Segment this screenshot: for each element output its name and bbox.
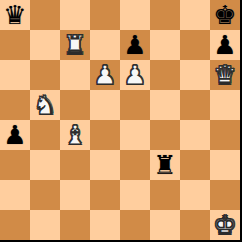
square-g2[interactable] xyxy=(180,180,210,210)
square-h3[interactable] xyxy=(210,150,240,180)
square-g6[interactable] xyxy=(180,60,210,90)
square-a6[interactable] xyxy=(0,60,30,90)
square-b8[interactable] xyxy=(30,0,60,30)
square-f7[interactable] xyxy=(150,30,180,60)
square-b4[interactable] xyxy=(30,120,60,150)
square-c5[interactable] xyxy=(60,90,90,120)
square-e7[interactable]: ♟ xyxy=(120,30,150,60)
square-d3[interactable] xyxy=(90,150,120,180)
square-f2[interactable] xyxy=(150,180,180,210)
square-f4[interactable] xyxy=(150,120,180,150)
square-f3[interactable]: ♜ xyxy=(150,150,180,180)
square-a1[interactable] xyxy=(0,210,30,240)
black-pawn-piece[interactable]: ♟ xyxy=(210,30,240,60)
square-g1[interactable] xyxy=(180,210,210,240)
square-f5[interactable] xyxy=(150,90,180,120)
square-b1[interactable] xyxy=(30,210,60,240)
chess-board: ♛♚♜♟♟♟♟♛♞♟♝♜♚ xyxy=(0,0,240,240)
white-bishop-piece[interactable]: ♝ xyxy=(60,120,90,150)
square-h5[interactable] xyxy=(210,90,240,120)
square-c6[interactable] xyxy=(60,60,90,90)
square-c3[interactable] xyxy=(60,150,90,180)
square-e5[interactable] xyxy=(120,90,150,120)
square-g5[interactable] xyxy=(180,90,210,120)
black-rook-piece[interactable]: ♜ xyxy=(150,150,180,180)
white-knight-piece[interactable]: ♞ xyxy=(30,90,60,120)
square-a2[interactable] xyxy=(0,180,30,210)
square-c1[interactable] xyxy=(60,210,90,240)
white-king-piece[interactable]: ♚ xyxy=(210,210,240,240)
square-g4[interactable] xyxy=(180,120,210,150)
square-e3[interactable] xyxy=(120,150,150,180)
square-h2[interactable] xyxy=(210,180,240,210)
square-b7[interactable] xyxy=(30,30,60,60)
black-pawn-piece[interactable]: ♟ xyxy=(0,120,30,150)
black-pawn-piece[interactable]: ♟ xyxy=(120,30,150,60)
square-g8[interactable] xyxy=(180,0,210,30)
square-h6[interactable]: ♛ xyxy=(210,60,240,90)
square-f6[interactable] xyxy=(150,60,180,90)
square-d8[interactable] xyxy=(90,0,120,30)
square-d1[interactable] xyxy=(90,210,120,240)
square-d4[interactable] xyxy=(90,120,120,150)
square-h4[interactable] xyxy=(210,120,240,150)
square-a8[interactable]: ♛ xyxy=(0,0,30,30)
square-c7[interactable]: ♜ xyxy=(60,30,90,60)
square-a3[interactable] xyxy=(0,150,30,180)
square-d6[interactable]: ♟ xyxy=(90,60,120,90)
square-h8[interactable]: ♚ xyxy=(210,0,240,30)
square-b5[interactable]: ♞ xyxy=(30,90,60,120)
square-a4[interactable]: ♟ xyxy=(0,120,30,150)
square-e4[interactable] xyxy=(120,120,150,150)
white-pawn-piece[interactable]: ♟ xyxy=(90,60,120,90)
square-b3[interactable] xyxy=(30,150,60,180)
square-b6[interactable] xyxy=(30,60,60,90)
square-a7[interactable] xyxy=(0,30,30,60)
square-h7[interactable]: ♟ xyxy=(210,30,240,60)
square-g3[interactable] xyxy=(180,150,210,180)
square-b2[interactable] xyxy=(30,180,60,210)
square-e8[interactable] xyxy=(120,0,150,30)
square-f1[interactable] xyxy=(150,210,180,240)
white-queen-piece[interactable]: ♛ xyxy=(210,60,240,90)
square-c2[interactable] xyxy=(60,180,90,210)
white-rook-piece[interactable]: ♜ xyxy=(60,30,90,60)
square-e6[interactable]: ♟ xyxy=(120,60,150,90)
square-d7[interactable] xyxy=(90,30,120,60)
square-g7[interactable] xyxy=(180,30,210,60)
square-c4[interactable]: ♝ xyxy=(60,120,90,150)
square-e2[interactable] xyxy=(120,180,150,210)
square-d2[interactable] xyxy=(90,180,120,210)
black-queen-piece[interactable]: ♛ xyxy=(0,0,30,30)
square-c8[interactable] xyxy=(60,0,90,30)
square-f8[interactable] xyxy=(150,0,180,30)
square-a5[interactable] xyxy=(0,90,30,120)
chess-board-frame: ♛♚♜♟♟♟♟♛♞♟♝♜♚ xyxy=(0,0,242,242)
white-pawn-piece[interactable]: ♟ xyxy=(120,60,150,90)
black-king-piece[interactable]: ♚ xyxy=(210,0,240,30)
square-h1[interactable]: ♚ xyxy=(210,210,240,240)
square-e1[interactable] xyxy=(120,210,150,240)
square-d5[interactable] xyxy=(90,90,120,120)
